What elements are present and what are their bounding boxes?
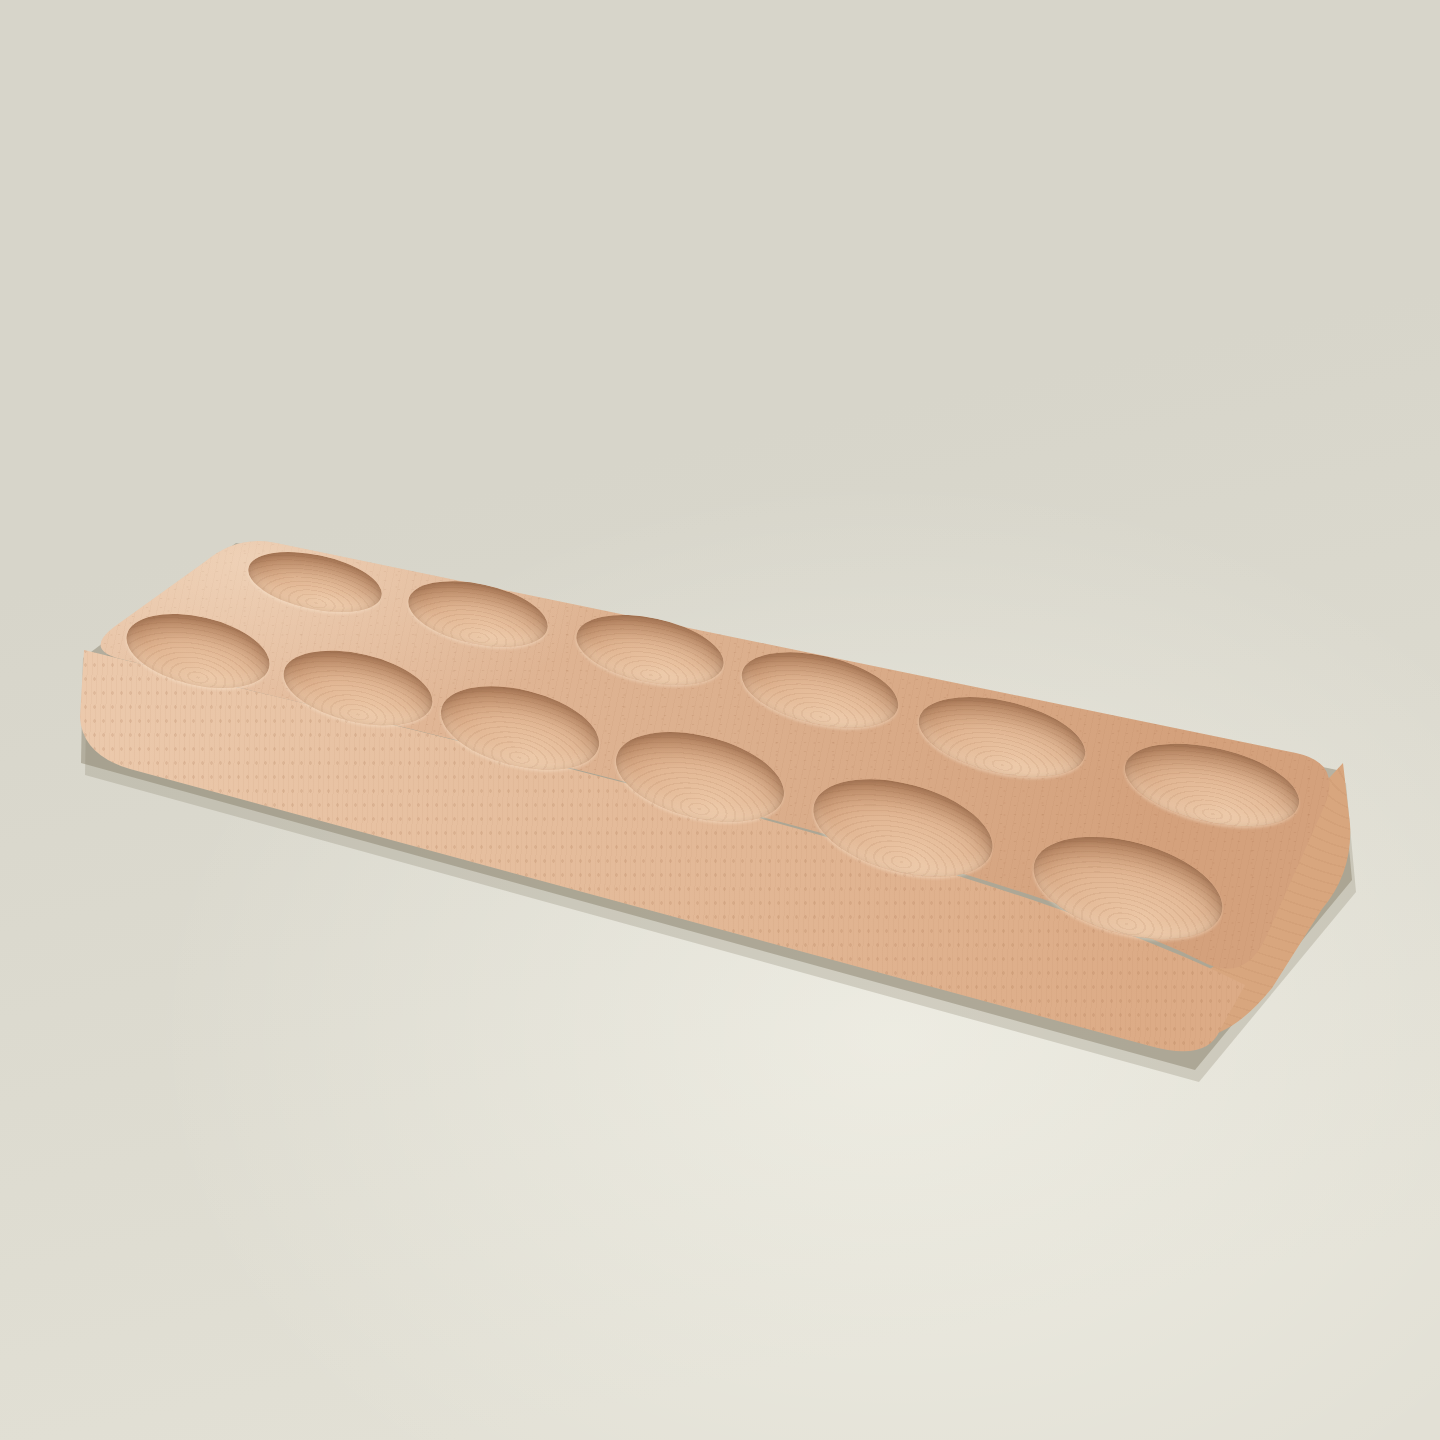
pit-row1-col5[interactable]: [1022, 818, 1233, 957]
pit-row1-col4[interactable]: [803, 762, 1004, 895]
pit-row0-col4[interactable]: [911, 683, 1093, 791]
pit-row0-col1[interactable]: [402, 570, 553, 658]
pit-row1-col3[interactable]: [607, 716, 794, 837]
pit-row1-col1[interactable]: [276, 638, 439, 738]
pit-layer: [0, 0, 1440, 1440]
studio-backdrop: [0, 0, 1440, 1440]
pit-row0-col0[interactable]: [243, 541, 387, 622]
pit-row1-col0[interactable]: [119, 601, 277, 700]
pit-row0-col2[interactable]: [570, 603, 730, 697]
pit-row1-col2[interactable]: [432, 672, 608, 785]
pit-row0-col5[interactable]: [1117, 729, 1307, 841]
pit-row0-col3[interactable]: [734, 639, 905, 741]
